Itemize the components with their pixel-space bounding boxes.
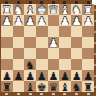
square-h8[interactable]: ♜: [1, 81, 13, 92]
bottom-palette-piece-mark-6: [71, 92, 83, 96]
square-b3[interactable]: [71, 26, 83, 37]
right-edge-mark-7: [94, 81, 96, 92]
square-h2[interactable]: ♟: [1, 15, 13, 26]
right-edge-mark-1: [94, 15, 96, 26]
square-d1[interactable]: ♛: [48, 4, 60, 15]
right-edge-mark-5: [94, 59, 96, 70]
black-pawn-piece[interactable]: ♟: [14, 71, 24, 82]
square-d3[interactable]: [48, 26, 60, 37]
black-king-piece[interactable]: ♚: [37, 82, 47, 93]
square-c2[interactable]: ♟: [59, 15, 71, 26]
square-c3[interactable]: [59, 26, 71, 37]
square-d5[interactable]: [48, 48, 60, 59]
square-g4[interactable]: [13, 37, 25, 48]
bottom-palette-piece-mark-7: [82, 92, 94, 96]
square-c5[interactable]: [59, 48, 71, 59]
square-h4[interactable]: [1, 37, 13, 48]
square-c1[interactable]: ♝: [59, 4, 71, 15]
square-e3[interactable]: [36, 26, 48, 37]
right-edge-mark-0: [94, 4, 96, 15]
square-c6[interactable]: [59, 59, 71, 70]
square-d2[interactable]: [48, 15, 60, 26]
bottom-palette-piece-mark-3: [36, 92, 48, 96]
square-d4[interactable]: ♟: [48, 37, 60, 48]
right-edge-mark-4: [94, 48, 96, 59]
square-a8[interactable]: ♜: [82, 81, 94, 92]
white-pawn-piece[interactable]: ♟: [14, 16, 24, 27]
square-b4[interactable]: [71, 37, 83, 48]
square-c8[interactable]: ♝: [59, 81, 71, 92]
square-g3[interactable]: [13, 26, 25, 37]
bottom-palette-piece-mark-2: [24, 92, 36, 96]
square-d7[interactable]: ♟: [48, 70, 60, 81]
black-bishop-piece[interactable]: ♝: [60, 82, 70, 93]
chess-board[interactable]: ♜♞♝♚♛♝♞♜♟♟♟♟♟♟♟♟♞♟♟♟♟♟♟♟♟♜♝♚♛♝♞♜: [1, 4, 94, 92]
right-edge-mark-2: [94, 26, 96, 37]
bottom-cropped-piece-palette: [1, 92, 94, 96]
square-c7[interactable]: ♟: [59, 70, 71, 81]
square-g1[interactable]: ♞: [13, 4, 25, 15]
black-bishop-piece[interactable]: ♝: [25, 82, 35, 93]
square-d6[interactable]: [48, 59, 60, 70]
square-c4[interactable]: [59, 37, 71, 48]
square-f8[interactable]: ♝: [24, 81, 36, 92]
square-h1[interactable]: ♜: [1, 4, 13, 15]
bottom-palette-piece-mark-1: [13, 92, 25, 96]
square-a3[interactable]: [82, 26, 94, 37]
right-edge-mark-6: [94, 70, 96, 81]
square-a4[interactable]: [82, 37, 94, 48]
square-b7[interactable]: ♟: [71, 70, 83, 81]
square-g5[interactable]: [13, 48, 25, 59]
square-f6[interactable]: ♞: [24, 59, 36, 70]
square-b8[interactable]: ♞: [71, 81, 83, 92]
white-pawn-piece[interactable]: ♟: [2, 16, 12, 27]
black-queen-piece[interactable]: ♛: [48, 82, 58, 93]
right-edge-mark-3: [94, 37, 96, 48]
square-f3[interactable]: [24, 26, 36, 37]
square-g2[interactable]: ♟: [13, 15, 25, 26]
square-e4[interactable]: [36, 37, 48, 48]
bottom-palette-piece-mark-4: [48, 92, 60, 96]
black-knight-piece[interactable]: ♞: [72, 82, 82, 93]
bottom-palette-piece-mark-0: [1, 92, 13, 96]
square-a6[interactable]: [82, 59, 94, 70]
square-f1[interactable]: ♝: [24, 4, 36, 15]
square-h7[interactable]: ♟: [1, 70, 13, 81]
square-a1[interactable]: ♜: [82, 4, 94, 15]
square-b1[interactable]: ♞: [71, 4, 83, 15]
square-a2[interactable]: ♟: [82, 15, 94, 26]
square-a5[interactable]: [82, 48, 94, 59]
square-e6[interactable]: [36, 59, 48, 70]
white-pawn-piece[interactable]: ♟: [48, 38, 58, 49]
square-e2[interactable]: ♟: [36, 15, 48, 26]
square-g7[interactable]: ♟: [13, 70, 25, 81]
square-f4[interactable]: [24, 37, 36, 48]
square-h6[interactable]: [1, 59, 13, 70]
square-e5[interactable]: [36, 48, 48, 59]
square-d8[interactable]: ♛: [48, 81, 60, 92]
black-rook-piece[interactable]: ♜: [2, 82, 12, 93]
square-b5[interactable]: [71, 48, 83, 59]
square-b2[interactable]: ♟: [71, 15, 83, 26]
square-f5[interactable]: [24, 48, 36, 59]
right-cropped-edge-marks: [94, 4, 96, 92]
white-pawn-piece[interactable]: ♟: [72, 16, 82, 27]
square-e8[interactable]: ♚: [36, 81, 48, 92]
square-e1[interactable]: ♚: [36, 4, 48, 15]
square-h5[interactable]: [1, 48, 13, 59]
square-f2[interactable]: ♟: [24, 15, 36, 26]
square-h3[interactable]: [1, 26, 13, 37]
white-queen-piece[interactable]: ♛: [48, 5, 58, 16]
square-f7[interactable]: ♟: [24, 70, 36, 81]
square-e7[interactable]: ♟: [36, 70, 48, 81]
white-pawn-piece[interactable]: ♟: [60, 16, 70, 27]
square-b6[interactable]: [71, 59, 83, 70]
black-rook-piece[interactable]: ♜: [83, 82, 93, 93]
chess-app-frame: ♜♞♝♚♛♝♞♜♟♟♟♟♟♟♟♟♞♟♟♟♟♟♟♟♟♜♝♚♛♝♞♜: [0, 0, 96, 96]
white-pawn-piece[interactable]: ♟: [83, 16, 93, 27]
white-pawn-piece[interactable]: ♟: [37, 16, 47, 27]
bottom-palette-piece-mark-5: [59, 92, 71, 96]
white-pawn-piece[interactable]: ♟: [25, 16, 35, 27]
square-a7[interactable]: ♟: [82, 70, 94, 81]
square-g8[interactable]: [13, 81, 25, 92]
square-g6[interactable]: [13, 59, 25, 70]
